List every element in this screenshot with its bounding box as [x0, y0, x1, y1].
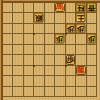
board-cell[interactable]	[13, 34, 24, 45]
board-cell[interactable]	[87, 87, 98, 98]
board-cell[interactable]	[45, 76, 56, 87]
board-cell[interactable]	[24, 87, 35, 98]
board-cell[interactable]: 歩	[66, 24, 77, 35]
board-cell[interactable]	[34, 87, 45, 98]
board-cell[interactable]: 王	[76, 13, 87, 24]
board-cell[interactable]	[3, 55, 14, 66]
board-cell[interactable]	[45, 34, 56, 45]
board-cell[interactable]	[66, 34, 77, 45]
star-point	[65, 65, 67, 67]
board-cell[interactable]: 馬	[55, 3, 66, 14]
piece-king[interactable]: 王	[76, 13, 86, 23]
board-cell[interactable]	[76, 34, 87, 45]
board-cell[interactable]	[45, 45, 56, 56]
board-cell[interactable]	[66, 45, 77, 56]
board-cell[interactable]	[3, 45, 14, 56]
board-cell[interactable]	[34, 24, 45, 35]
piece-pawn[interactable]: 歩	[66, 55, 76, 65]
board-cell[interactable]	[34, 76, 45, 87]
board-cell[interactable]	[66, 66, 77, 77]
board-cell[interactable]	[24, 13, 35, 24]
board-cell[interactable]: 桂	[76, 3, 87, 14]
board-cell[interactable]	[66, 76, 77, 87]
board-cell[interactable]	[87, 66, 98, 77]
board-cell[interactable]	[87, 13, 98, 24]
board-cell[interactable]	[45, 24, 56, 35]
board-cell[interactable]	[66, 3, 77, 14]
piece-promoted-bishop[interactable]: 馬	[55, 3, 65, 13]
board-cell[interactable]: 銀	[34, 13, 45, 24]
board-cell[interactable]	[55, 13, 66, 24]
board-cell[interactable]	[45, 66, 56, 77]
board-cell[interactable]: 歩	[87, 34, 98, 45]
piece-pawn[interactable]: 歩	[76, 24, 86, 34]
board-cell[interactable]	[13, 55, 24, 66]
board-cell[interactable]	[55, 66, 66, 77]
board-cell[interactable]	[13, 24, 24, 35]
board-cell[interactable]	[13, 87, 24, 98]
board-cell[interactable]: 歩	[66, 55, 77, 66]
board-cell[interactable]	[76, 76, 87, 87]
board-cell[interactable]	[24, 76, 35, 87]
piece-knight[interactable]: 桂	[76, 3, 86, 13]
board-cell[interactable]	[45, 87, 56, 98]
board-cell[interactable]	[55, 76, 66, 87]
board-cell[interactable]	[55, 24, 66, 35]
piece-lance[interactable]: 香	[87, 3, 97, 13]
board-cell[interactable]	[3, 24, 14, 35]
board-cell[interactable]	[34, 3, 45, 14]
board-cell[interactable]	[45, 55, 56, 66]
board-cell[interactable]	[34, 55, 45, 66]
board-cell[interactable]	[76, 45, 87, 56]
board-cell[interactable]	[13, 3, 24, 14]
board-cell[interactable]	[13, 66, 24, 77]
board-cell[interactable]	[24, 55, 35, 66]
board-cell[interactable]	[66, 13, 77, 24]
board-cell[interactable]: 歩	[55, 34, 66, 45]
board-cell[interactable]	[3, 34, 14, 45]
board-cell[interactable]	[34, 45, 45, 56]
board-cell[interactable]	[3, 66, 14, 77]
board-cell[interactable]	[34, 34, 45, 45]
board-cell[interactable]	[45, 13, 56, 24]
board-cell[interactable]	[87, 76, 98, 87]
board-cell[interactable]	[3, 3, 14, 14]
board-cell[interactable]	[3, 87, 14, 98]
board-cell[interactable]	[45, 3, 56, 14]
board-cell[interactable]	[24, 3, 35, 14]
board-cell[interactable]	[87, 55, 98, 66]
board-cell[interactable]: 香	[87, 3, 98, 14]
star-point	[33, 33, 35, 35]
board-cell[interactable]	[3, 13, 14, 24]
board-cell[interactable]	[24, 34, 35, 45]
board-cell[interactable]	[24, 66, 35, 77]
piece-pawn[interactable]: 歩	[87, 34, 97, 44]
piece-pawn[interactable]: 歩	[55, 34, 65, 44]
board-cell[interactable]	[87, 24, 98, 35]
board-cell[interactable]	[34, 66, 45, 77]
piece-pawn[interactable]: 歩	[66, 24, 76, 34]
board-cell[interactable]	[66, 87, 77, 98]
board-cell[interactable]: 龍	[76, 66, 87, 77]
star-point	[65, 33, 67, 35]
piece-silver[interactable]: 銀	[34, 13, 44, 23]
board-cell[interactable]	[55, 87, 66, 98]
star-point	[33, 65, 35, 67]
piece-promoted-rook[interactable]: 龍	[76, 66, 86, 76]
board-cell[interactable]	[13, 45, 24, 56]
board-cell[interactable]: 歩	[76, 24, 87, 35]
board-cell[interactable]	[24, 45, 35, 56]
board-cell[interactable]	[13, 76, 24, 87]
board-cell[interactable]	[55, 45, 66, 56]
board-cell[interactable]	[55, 55, 66, 66]
board-cell[interactable]	[13, 13, 24, 24]
board-cell[interactable]	[3, 76, 14, 87]
board-cell[interactable]	[87, 45, 98, 56]
board-cell[interactable]	[76, 87, 87, 98]
board-cell[interactable]	[76, 55, 87, 66]
board-grid: 馬桂香銀王歩歩歩歩歩龍	[3, 3, 98, 98]
shogi-board: 馬桂香銀王歩歩歩歩歩龍	[0, 0, 100, 100]
